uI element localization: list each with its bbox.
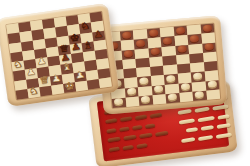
stored-light-piece	[181, 137, 196, 143]
checkers-square	[192, 90, 206, 101]
checker-light-piece	[127, 88, 137, 95]
chess-grid: ♞♚♟♛♟♝♞♟♟♟♝♛♟♟♞♚	[5, 11, 113, 101]
checker-light-piece	[168, 94, 178, 101]
checker-light-piece	[141, 96, 151, 103]
checker-light-piece	[114, 98, 124, 105]
chess-board: ♞♚♟♛♟♝♞♟♟♟♝♛♟♟♞♚	[0, 3, 120, 107]
stored-piece-row	[180, 123, 231, 133]
stored-dark-piece	[123, 135, 137, 141]
stored-light-piece	[198, 135, 214, 141]
stored-piece-row	[179, 114, 230, 124]
checker-light-piece	[166, 75, 176, 82]
stored-light-piece	[216, 132, 232, 138]
stored-dark-piece	[106, 128, 117, 133]
checker-light-piece	[195, 91, 205, 98]
checker-light-piece	[154, 85, 164, 92]
checker-dark-piece	[123, 50, 133, 57]
checkers-square	[179, 92, 193, 103]
stored-dark-piece	[107, 137, 121, 143]
stored-dark-piece	[135, 114, 148, 120]
checker-dark-piece	[163, 37, 173, 44]
stored-piece-row	[108, 140, 169, 151]
checker-dark-piece	[202, 24, 212, 31]
checker-dark-piece	[150, 48, 160, 55]
checkers-square	[112, 98, 126, 109]
checkers-square	[125, 96, 139, 107]
product-photo-chess-checkers-set: ♞♚♟♛♟♝♞♟♟♟♝♛♟♟♞♚	[0, 0, 250, 166]
checker-light-piece	[139, 77, 149, 84]
stored-dark-piece	[108, 146, 120, 151]
stored-dark-piece	[119, 126, 130, 131]
checkers-square	[152, 94, 166, 105]
checkers-square	[206, 89, 220, 100]
stored-dark-piece	[155, 131, 169, 137]
stored-dark-piece	[105, 118, 118, 124]
checker-dark-piece	[136, 39, 146, 46]
stored-light-piece	[217, 114, 230, 120]
stored-dark-piece	[122, 144, 134, 149]
stored-light-piece	[186, 127, 199, 133]
stored-dark-piece	[120, 116, 133, 122]
checker-dark-piece	[122, 31, 132, 38]
checker-light-piece	[180, 83, 190, 90]
stored-dark-piece	[150, 113, 163, 119]
checker-dark-piece	[149, 29, 159, 36]
stored-dark-piece	[145, 123, 156, 128]
checker-dark-piece	[204, 43, 214, 50]
checker-light-piece	[193, 72, 203, 79]
stored-light-piece	[216, 123, 231, 129]
stored-dark-piece	[132, 125, 143, 130]
stored-dark-piece	[136, 143, 148, 148]
checker-light-piece	[207, 81, 217, 88]
stored-piece-row	[181, 133, 232, 143]
stored-light-piece	[179, 118, 195, 124]
stored-dark-piece	[139, 133, 153, 139]
checkers-square	[139, 95, 153, 106]
checkers-grid	[105, 22, 221, 109]
stored-light-piece	[212, 104, 228, 110]
checker-dark-piece	[190, 35, 200, 42]
checkers-square	[166, 93, 180, 104]
stored-light-piece	[177, 109, 192, 115]
stored-light-piece	[201, 125, 215, 131]
stored-light-piece	[194, 107, 210, 113]
stored-light-piece	[197, 115, 214, 121]
chess-square	[99, 77, 112, 88]
checker-dark-piece	[177, 45, 187, 52]
checker-dark-piece	[176, 26, 186, 33]
